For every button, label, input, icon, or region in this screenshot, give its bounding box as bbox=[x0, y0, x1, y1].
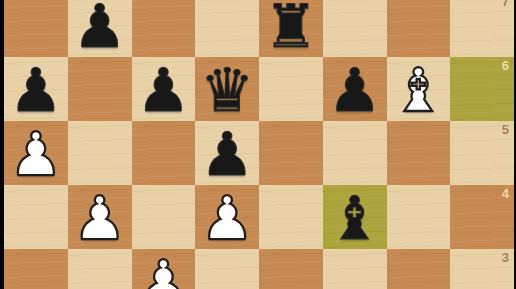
square-d7[interactable] bbox=[195, 0, 259, 57]
chess-board-viewport: ♟♜7♟♟♛♟♝6♟♟5♟♟♝4♟3 bbox=[0, 0, 516, 289]
square-g6[interactable]: ♝ bbox=[387, 57, 451, 121]
square-c6[interactable]: ♟ bbox=[132, 57, 196, 121]
black-pawn[interactable]: ♟ bbox=[328, 58, 382, 122]
rank-label-6: 6 bbox=[502, 58, 509, 73]
square-h4[interactable]: 4 bbox=[450, 185, 514, 249]
rank-label-5: 5 bbox=[502, 122, 509, 137]
square-h6[interactable]: 6 bbox=[450, 57, 514, 121]
black-bishop[interactable]: ♝ bbox=[328, 186, 382, 250]
square-e6[interactable] bbox=[259, 57, 323, 121]
black-queen[interactable]: ♛ bbox=[200, 58, 254, 122]
square-c3[interactable]: ♟ bbox=[132, 249, 196, 289]
white-bishop[interactable]: ♝ bbox=[391, 58, 445, 122]
square-d4[interactable]: ♟ bbox=[195, 185, 259, 249]
white-pawn[interactable]: ♟ bbox=[200, 186, 254, 250]
square-f3[interactable] bbox=[323, 249, 387, 289]
square-f4[interactable]: ♝ bbox=[323, 185, 387, 249]
square-b3[interactable] bbox=[68, 249, 132, 289]
square-f6[interactable]: ♟ bbox=[323, 57, 387, 121]
rank-label-3: 3 bbox=[502, 250, 509, 265]
square-a4[interactable] bbox=[4, 185, 68, 249]
square-b6[interactable] bbox=[68, 57, 132, 121]
white-pawn[interactable]: ♟ bbox=[9, 122, 63, 186]
square-h7[interactable]: 7 bbox=[450, 0, 514, 57]
square-c7[interactable] bbox=[132, 0, 196, 57]
white-pawn[interactable]: ♟ bbox=[136, 250, 190, 289]
square-g7[interactable] bbox=[387, 0, 451, 57]
square-g5[interactable] bbox=[387, 121, 451, 185]
square-h5[interactable]: 5 bbox=[450, 121, 514, 185]
rank-label-7: 7 bbox=[502, 0, 509, 9]
square-d3[interactable] bbox=[195, 249, 259, 289]
square-g4[interactable] bbox=[387, 185, 451, 249]
square-d5[interactable]: ♟ bbox=[195, 121, 259, 185]
square-b4[interactable]: ♟ bbox=[68, 185, 132, 249]
square-a3[interactable] bbox=[4, 249, 68, 289]
square-a7[interactable] bbox=[4, 0, 68, 57]
square-e4[interactable] bbox=[259, 185, 323, 249]
rank-label-4: 4 bbox=[502, 186, 509, 201]
square-c4[interactable] bbox=[132, 185, 196, 249]
square-e5[interactable] bbox=[259, 121, 323, 185]
black-rook[interactable]: ♜ bbox=[264, 0, 318, 58]
square-a6[interactable]: ♟ bbox=[4, 57, 68, 121]
square-e3[interactable] bbox=[259, 249, 323, 289]
square-a5[interactable]: ♟ bbox=[4, 121, 68, 185]
square-b7[interactable]: ♟ bbox=[68, 0, 132, 57]
square-e7[interactable]: ♜ bbox=[259, 0, 323, 57]
black-pawn[interactable]: ♟ bbox=[200, 122, 254, 186]
square-f5[interactable] bbox=[323, 121, 387, 185]
black-pawn[interactable]: ♟ bbox=[136, 58, 190, 122]
square-c5[interactable] bbox=[132, 121, 196, 185]
square-d6[interactable]: ♛ bbox=[195, 57, 259, 121]
chess-board: ♟♜7♟♟♛♟♝6♟♟5♟♟♝4♟3 bbox=[4, 0, 514, 289]
square-f7[interactable] bbox=[323, 0, 387, 57]
square-g3[interactable] bbox=[387, 249, 451, 289]
white-pawn[interactable]: ♟ bbox=[73, 186, 127, 250]
black-pawn[interactable]: ♟ bbox=[9, 58, 63, 122]
square-h3[interactable]: 3 bbox=[450, 249, 514, 289]
black-pawn[interactable]: ♟ bbox=[73, 0, 127, 58]
square-b5[interactable] bbox=[68, 121, 132, 185]
